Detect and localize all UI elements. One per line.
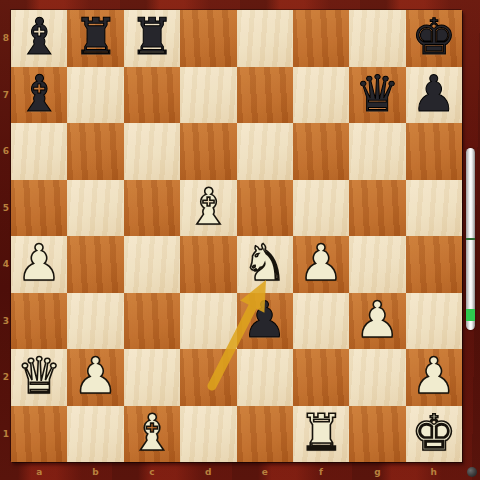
rank-label-7: 7	[3, 90, 9, 100]
file-label-e: e	[262, 467, 268, 477]
square-b6[interactable]	[67, 123, 123, 180]
square-e7[interactable]	[237, 67, 293, 124]
square-b1[interactable]	[67, 406, 123, 463]
piece-white-pawn[interactable]: ♟	[411, 351, 456, 401]
rank-label-5: 5	[3, 203, 9, 213]
square-b5[interactable]	[67, 180, 123, 237]
square-a1[interactable]	[11, 406, 67, 463]
square-h7[interactable]: ♟	[406, 67, 462, 124]
piece-white-pawn[interactable]: ♟	[73, 351, 118, 401]
piece-white-pawn[interactable]: ♟	[355, 295, 400, 345]
scrollbar-marker-line	[466, 238, 475, 240]
square-e1[interactable]	[237, 406, 293, 463]
rank-label-2: 2	[3, 372, 9, 382]
square-e4[interactable]: ♞	[237, 236, 293, 293]
square-f2[interactable]	[293, 349, 349, 406]
square-h2[interactable]: ♟	[406, 349, 462, 406]
rank-label-3: 3	[3, 316, 9, 326]
square-g7[interactable]: ♛	[349, 67, 405, 124]
square-a3[interactable]	[11, 293, 67, 350]
piece-black-king[interactable]: ♚	[411, 12, 456, 62]
square-h4[interactable]	[406, 236, 462, 293]
piece-white-pawn[interactable]: ♟	[299, 238, 344, 288]
square-a7[interactable]: ♝	[11, 67, 67, 124]
square-e6[interactable]	[237, 123, 293, 180]
square-g5[interactable]	[349, 180, 405, 237]
square-h5[interactable]	[406, 180, 462, 237]
square-c8[interactable]: ♜	[124, 10, 180, 67]
piece-white-king[interactable]: ♚	[411, 408, 456, 458]
square-g3[interactable]: ♟	[349, 293, 405, 350]
square-f8[interactable]	[293, 10, 349, 67]
piece-white-knight[interactable]: ♞	[242, 238, 287, 288]
square-g6[interactable]	[349, 123, 405, 180]
piece-black-bishop[interactable]: ♝	[17, 69, 62, 119]
square-g1[interactable]	[349, 406, 405, 463]
square-a8[interactable]: ♝	[11, 10, 67, 67]
square-h6[interactable]	[406, 123, 462, 180]
piece-black-rook[interactable]: ♜	[130, 12, 175, 62]
square-d6[interactable]	[180, 123, 236, 180]
square-d7[interactable]	[180, 67, 236, 124]
scrollbar[interactable]	[466, 148, 475, 330]
square-f5[interactable]	[293, 180, 349, 237]
square-f3[interactable]	[293, 293, 349, 350]
piece-white-bishop[interactable]: ♝	[130, 408, 175, 458]
file-label-d: d	[205, 467, 211, 477]
square-c7[interactable]	[124, 67, 180, 124]
square-h8[interactable]: ♚	[406, 10, 462, 67]
piece-black-queen[interactable]: ♛	[355, 69, 400, 119]
file-label-c: c	[149, 467, 154, 477]
square-f4[interactable]: ♟	[293, 236, 349, 293]
square-c2[interactable]	[124, 349, 180, 406]
square-b7[interactable]	[67, 67, 123, 124]
piece-white-queen[interactable]: ♛	[17, 351, 62, 401]
square-a6[interactable]	[11, 123, 67, 180]
square-b8[interactable]: ♜	[67, 10, 123, 67]
file-label-b: b	[92, 467, 98, 477]
square-h1[interactable]: ♚	[406, 406, 462, 463]
square-e5[interactable]	[237, 180, 293, 237]
rank-label-4: 4	[3, 259, 9, 269]
square-d1[interactable]	[180, 406, 236, 463]
piece-white-rook[interactable]: ♜	[299, 408, 344, 458]
square-a2[interactable]: ♛	[11, 349, 67, 406]
square-b4[interactable]	[67, 236, 123, 293]
square-a4[interactable]: ♟	[11, 236, 67, 293]
frame-screw-icon	[467, 467, 477, 477]
square-g2[interactable]	[349, 349, 405, 406]
piece-white-pawn[interactable]: ♟	[17, 238, 62, 288]
scrollbar-marker-block	[466, 309, 475, 321]
square-c1[interactable]: ♝	[124, 406, 180, 463]
square-d2[interactable]	[180, 349, 236, 406]
square-f6[interactable]	[293, 123, 349, 180]
file-label-h: h	[431, 467, 437, 477]
piece-black-rook[interactable]: ♜	[73, 12, 118, 62]
rank-label-8: 8	[3, 33, 9, 43]
square-f1[interactable]: ♜	[293, 406, 349, 463]
square-g4[interactable]	[349, 236, 405, 293]
file-label-f: f	[319, 467, 323, 477]
square-h3[interactable]	[406, 293, 462, 350]
file-label-a: a	[36, 467, 42, 477]
square-d3[interactable]	[180, 293, 236, 350]
square-b2[interactable]: ♟	[67, 349, 123, 406]
square-c5[interactable]	[124, 180, 180, 237]
piece-black-bishop[interactable]: ♝	[17, 12, 62, 62]
piece-black-pawn[interactable]: ♟	[242, 295, 287, 345]
square-e2[interactable]	[237, 349, 293, 406]
board-grid: ♝♜♜♚♝♛♟♝♟♞♟♟♟♛♟♟♝♜♚	[11, 10, 462, 462]
square-d4[interactable]	[180, 236, 236, 293]
square-f7[interactable]	[293, 67, 349, 124]
square-c3[interactable]	[124, 293, 180, 350]
piece-black-pawn[interactable]: ♟	[411, 69, 456, 119]
file-label-g: g	[374, 467, 380, 477]
square-a5[interactable]	[11, 180, 67, 237]
square-b3[interactable]	[67, 293, 123, 350]
square-d8[interactable]	[180, 10, 236, 67]
square-e8[interactable]	[237, 10, 293, 67]
square-e3[interactable]: ♟	[237, 293, 293, 350]
piece-white-bishop[interactable]: ♝	[186, 182, 231, 232]
square-d5[interactable]: ♝	[180, 180, 236, 237]
square-g8[interactable]	[349, 10, 405, 67]
square-c4[interactable]	[124, 236, 180, 293]
rank-label-6: 6	[3, 146, 9, 156]
square-c6[interactable]	[124, 123, 180, 180]
rank-label-1: 1	[3, 429, 9, 439]
